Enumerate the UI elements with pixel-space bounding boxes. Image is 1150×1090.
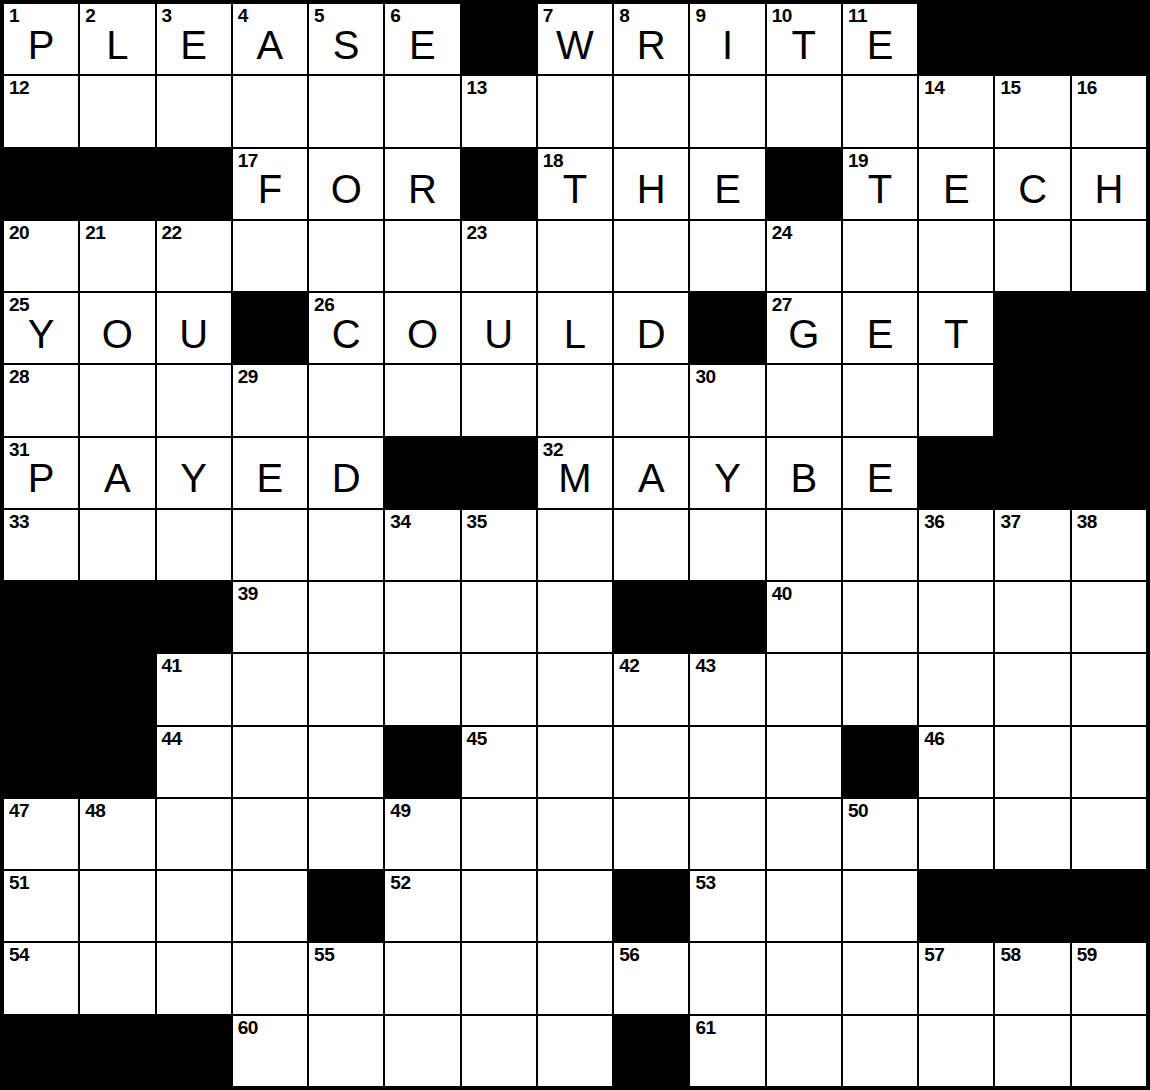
white-cell[interactable] [767, 799, 841, 869]
cell-letter: W [538, 4, 612, 74]
white-cell[interactable]: 58 [995, 943, 1069, 1013]
white-cell[interactable]: 55 [309, 943, 383, 1013]
white-cell[interactable] [995, 221, 1069, 291]
white-cell[interactable]: T [919, 293, 993, 363]
cell-letter: U [462, 293, 536, 363]
white-cell[interactable] [690, 727, 764, 797]
clue-number: 16 [1077, 78, 1097, 97]
white-cell[interactable]: 57 [919, 943, 993, 1013]
white-cell[interactable] [767, 1016, 841, 1086]
white-cell[interactable] [385, 76, 459, 146]
clue-number: 47 [9, 801, 29, 820]
clue-number: 39 [238, 584, 258, 603]
white-cell[interactable] [385, 1016, 459, 1086]
clue-number: 43 [695, 656, 715, 675]
white-cell[interactable]: 47 [4, 799, 78, 869]
white-cell[interactable]: 4A [233, 4, 307, 74]
white-cell[interactable] [1072, 1016, 1146, 1086]
clue-number: 36 [924, 512, 944, 531]
clue-number: 22 [162, 223, 182, 242]
black-cell [1072, 365, 1146, 435]
white-cell[interactable]: 3E [157, 4, 231, 74]
clue-number: 34 [390, 512, 410, 531]
white-cell[interactable] [80, 510, 154, 580]
white-cell[interactable]: 15 [995, 76, 1069, 146]
white-cell[interactable] [843, 871, 917, 941]
white-cell[interactable]: 9I [690, 4, 764, 74]
white-cell[interactable] [538, 510, 612, 580]
white-cell[interactable] [462, 654, 536, 724]
white-cell[interactable] [614, 727, 688, 797]
clue-number: 42 [619, 656, 639, 675]
black-cell [4, 1016, 78, 1086]
black-cell [4, 727, 78, 797]
black-cell [462, 149, 536, 219]
cell-letter: P [4, 4, 78, 74]
white-cell[interactable] [538, 943, 612, 1013]
cell-letter: Y [4, 293, 78, 363]
white-cell[interactable]: 19T [843, 149, 917, 219]
clue-number: 45 [467, 729, 487, 748]
white-cell[interactable] [1072, 221, 1146, 291]
cell-letter: A [233, 4, 307, 74]
white-cell[interactable] [233, 799, 307, 869]
black-cell [690, 293, 764, 363]
cell-letter: A [614, 438, 688, 508]
black-cell [843, 727, 917, 797]
white-cell[interactable]: 2L [80, 4, 154, 74]
white-cell[interactable]: A [80, 438, 154, 508]
white-cell[interactable] [919, 582, 993, 652]
cell-letter: T [767, 4, 841, 74]
white-cell[interactable]: 61 [690, 1016, 764, 1086]
white-cell[interactable] [919, 221, 993, 291]
white-cell[interactable] [843, 510, 917, 580]
white-cell[interactable] [309, 582, 383, 652]
white-cell[interactable]: 53 [690, 871, 764, 941]
white-cell[interactable] [919, 799, 993, 869]
black-cell [233, 293, 307, 363]
white-cell[interactable]: 50 [843, 799, 917, 869]
white-cell[interactable] [309, 76, 383, 146]
white-cell[interactable] [843, 582, 917, 652]
white-cell[interactable]: L [538, 293, 612, 363]
white-cell[interactable]: E [843, 438, 917, 508]
white-cell[interactable]: E [233, 438, 307, 508]
white-cell[interactable]: 32M [538, 438, 612, 508]
black-cell [4, 582, 78, 652]
white-cell[interactable] [690, 943, 764, 1013]
white-cell[interactable]: 33 [4, 510, 78, 580]
white-cell[interactable] [462, 799, 536, 869]
white-cell[interactable]: 52 [385, 871, 459, 941]
white-cell[interactable] [843, 221, 917, 291]
white-cell[interactable]: 38 [1072, 510, 1146, 580]
white-cell[interactable]: O [80, 293, 154, 363]
clue-number: 24 [772, 223, 792, 242]
white-cell[interactable] [462, 365, 536, 435]
black-cell [614, 1016, 688, 1086]
cell-letter: T [538, 149, 612, 219]
white-cell[interactable] [233, 871, 307, 941]
cell-letter: L [538, 293, 612, 363]
cell-letter: P [4, 438, 78, 508]
black-cell [157, 1016, 231, 1086]
clue-number: 40 [772, 584, 792, 603]
clue-number: 57 [924, 945, 944, 964]
white-cell[interactable] [767, 871, 841, 941]
black-cell [919, 438, 993, 508]
white-cell[interactable] [80, 943, 154, 1013]
white-cell[interactable] [385, 221, 459, 291]
cell-letter: D [614, 293, 688, 363]
clue-number: 56 [619, 945, 639, 964]
white-cell[interactable] [614, 799, 688, 869]
white-cell[interactable]: 44 [157, 727, 231, 797]
clue-number: 44 [162, 729, 182, 748]
white-cell[interactable]: 8R [614, 4, 688, 74]
white-cell[interactable]: E [690, 149, 764, 219]
white-cell[interactable]: 29 [233, 365, 307, 435]
white-cell[interactable]: 25Y [4, 293, 78, 363]
cell-letter: E [919, 149, 993, 219]
white-cell[interactable]: 23 [462, 221, 536, 291]
white-cell[interactable]: 22 [157, 221, 231, 291]
cell-letter: G [767, 293, 841, 363]
white-cell[interactable] [919, 1016, 993, 1086]
cell-letter: E [690, 149, 764, 219]
white-cell[interactable] [1072, 654, 1146, 724]
black-cell [80, 149, 154, 219]
cell-letter: O [309, 149, 383, 219]
white-cell[interactable]: R [385, 149, 459, 219]
white-cell[interactable] [233, 654, 307, 724]
white-cell[interactable] [157, 871, 231, 941]
clue-number: 23 [467, 223, 487, 242]
white-cell[interactable]: 51 [4, 871, 78, 941]
white-cell[interactable] [538, 727, 612, 797]
white-cell[interactable] [233, 76, 307, 146]
white-cell[interactable] [690, 799, 764, 869]
white-cell[interactable] [538, 76, 612, 146]
cell-letter: S [309, 4, 383, 74]
white-cell[interactable]: O [309, 149, 383, 219]
white-cell[interactable]: 60 [233, 1016, 307, 1086]
cell-letter: C [309, 293, 383, 363]
white-cell[interactable]: H [1072, 149, 1146, 219]
white-cell[interactable]: 31P [4, 438, 78, 508]
clue-number: 33 [9, 512, 29, 531]
cell-letter: Y [157, 438, 231, 508]
white-cell[interactable] [309, 365, 383, 435]
white-cell[interactable] [690, 221, 764, 291]
clue-number: 30 [695, 367, 715, 386]
cell-letter: H [614, 149, 688, 219]
white-cell[interactable]: 6E [385, 4, 459, 74]
white-cell[interactable] [462, 871, 536, 941]
white-cell[interactable]: 56 [614, 943, 688, 1013]
black-cell [995, 293, 1069, 363]
clue-number: 20 [9, 223, 29, 242]
black-cell [995, 365, 1069, 435]
black-cell [995, 871, 1069, 941]
white-cell[interactable] [995, 654, 1069, 724]
clue-number: 61 [695, 1018, 715, 1037]
white-cell[interactable]: 13 [462, 76, 536, 146]
cell-letter: E [843, 4, 917, 74]
white-cell[interactable]: 43 [690, 654, 764, 724]
white-cell[interactable] [690, 510, 764, 580]
black-cell [1072, 293, 1146, 363]
white-cell[interactable] [767, 76, 841, 146]
white-cell[interactable] [233, 943, 307, 1013]
cell-letter: I [690, 4, 764, 74]
white-cell[interactable]: 59 [1072, 943, 1146, 1013]
white-cell[interactable]: 16 [1072, 76, 1146, 146]
clue-number: 12 [9, 78, 29, 97]
white-cell[interactable]: D [309, 438, 383, 508]
clue-number: 54 [9, 945, 29, 964]
cell-letter: M [538, 438, 612, 508]
clue-number: 21 [85, 223, 105, 242]
white-cell[interactable] [233, 221, 307, 291]
white-cell[interactable] [995, 799, 1069, 869]
cell-letter: B [767, 438, 841, 508]
white-cell[interactable] [80, 365, 154, 435]
white-cell[interactable]: Y [157, 438, 231, 508]
clue-number: 41 [162, 656, 182, 675]
white-cell[interactable] [80, 871, 154, 941]
cell-letter: E [843, 438, 917, 508]
clue-number: 13 [467, 78, 487, 97]
black-cell [995, 4, 1069, 74]
white-cell[interactable]: 5S [309, 4, 383, 74]
white-cell[interactable] [767, 727, 841, 797]
white-cell[interactable] [233, 510, 307, 580]
black-cell [309, 871, 383, 941]
white-cell[interactable] [309, 727, 383, 797]
white-cell[interactable] [157, 365, 231, 435]
cell-letter: L [80, 4, 154, 74]
white-cell[interactable] [538, 871, 612, 941]
white-cell[interactable] [538, 1016, 612, 1086]
white-cell[interactable]: 37 [995, 510, 1069, 580]
white-cell[interactable] [614, 365, 688, 435]
white-cell[interactable]: 46 [919, 727, 993, 797]
black-cell [157, 149, 231, 219]
white-cell[interactable] [843, 654, 917, 724]
white-cell[interactable]: 12 [4, 76, 78, 146]
white-cell[interactable] [385, 582, 459, 652]
black-cell [80, 727, 154, 797]
black-cell [614, 582, 688, 652]
clue-number: 50 [848, 801, 868, 820]
cell-letter: T [843, 149, 917, 219]
white-cell[interactable] [385, 943, 459, 1013]
white-cell[interactable] [919, 654, 993, 724]
black-cell [919, 4, 993, 74]
clue-number: 48 [85, 801, 105, 820]
white-cell[interactable] [462, 943, 536, 1013]
white-cell[interactable]: 48 [80, 799, 154, 869]
white-cell[interactable]: 11E [843, 4, 917, 74]
white-cell[interactable] [614, 510, 688, 580]
white-cell[interactable]: C [995, 149, 1069, 219]
clue-number: 15 [1000, 78, 1020, 97]
white-cell[interactable] [309, 1016, 383, 1086]
white-cell[interactable]: 41 [157, 654, 231, 724]
white-cell[interactable]: 1P [4, 4, 78, 74]
clue-number: 49 [390, 801, 410, 820]
white-cell[interactable]: 40 [767, 582, 841, 652]
black-cell [80, 582, 154, 652]
white-cell[interactable]: 20 [4, 221, 78, 291]
white-cell[interactable]: 7W [538, 4, 612, 74]
black-cell [385, 727, 459, 797]
white-cell[interactable]: 42 [614, 654, 688, 724]
white-cell[interactable] [385, 654, 459, 724]
white-cell[interactable]: D [614, 293, 688, 363]
white-cell[interactable] [309, 221, 383, 291]
white-cell[interactable]: 35 [462, 510, 536, 580]
white-cell[interactable] [538, 221, 612, 291]
cell-letter: E [843, 293, 917, 363]
white-cell[interactable] [843, 365, 917, 435]
white-cell[interactable]: 28 [4, 365, 78, 435]
clue-number: 60 [238, 1018, 258, 1037]
black-cell [690, 582, 764, 652]
white-cell[interactable]: O [385, 293, 459, 363]
white-cell[interactable]: 17F [233, 149, 307, 219]
white-cell[interactable] [843, 943, 917, 1013]
white-cell[interactable] [767, 654, 841, 724]
cell-letter: E [385, 4, 459, 74]
white-cell[interactable] [157, 76, 231, 146]
black-cell [80, 654, 154, 724]
white-cell[interactable]: 14 [919, 76, 993, 146]
white-cell[interactable] [995, 1016, 1069, 1086]
white-cell[interactable] [538, 654, 612, 724]
clue-number: 38 [1077, 512, 1097, 531]
white-cell[interactable] [1072, 727, 1146, 797]
black-cell [462, 4, 536, 74]
white-cell[interactable] [614, 76, 688, 146]
white-cell[interactable] [233, 727, 307, 797]
white-cell[interactable]: 49 [385, 799, 459, 869]
white-cell[interactable] [1072, 799, 1146, 869]
cell-letter: T [919, 293, 993, 363]
white-cell[interactable]: 27G [767, 293, 841, 363]
black-cell [157, 582, 231, 652]
white-cell[interactable] [767, 365, 841, 435]
black-cell [767, 149, 841, 219]
cell-letter: E [233, 438, 307, 508]
white-cell[interactable]: 18T [538, 149, 612, 219]
white-cell[interactable]: 34 [385, 510, 459, 580]
clue-number: 59 [1077, 945, 1097, 964]
black-cell [995, 438, 1069, 508]
white-cell[interactable] [462, 1016, 536, 1086]
white-cell[interactable] [538, 365, 612, 435]
white-cell[interactable]: 24 [767, 221, 841, 291]
white-cell[interactable]: 10T [767, 4, 841, 74]
cell-letter: C [995, 149, 1069, 219]
white-cell[interactable] [157, 943, 231, 1013]
black-cell [4, 149, 78, 219]
white-cell[interactable] [385, 365, 459, 435]
crossword-board: 1P2L3E4A5S6E7W8R9I10T11E121314151617FOR1… [0, 0, 1150, 1090]
white-cell[interactable] [843, 1016, 917, 1086]
clue-number: 58 [1000, 945, 1020, 964]
white-cell[interactable]: 26C [309, 293, 383, 363]
white-cell[interactable] [1072, 582, 1146, 652]
white-cell[interactable] [538, 582, 612, 652]
cell-letter: U [157, 293, 231, 363]
clue-number: 55 [314, 945, 334, 964]
white-cell[interactable]: U [462, 293, 536, 363]
white-cell[interactable]: B [767, 438, 841, 508]
clue-number: 46 [924, 729, 944, 748]
clue-number: 29 [238, 367, 258, 386]
cell-letter: O [385, 293, 459, 363]
white-cell[interactable]: A [614, 438, 688, 508]
cell-letter: O [80, 293, 154, 363]
white-cell[interactable]: 39 [233, 582, 307, 652]
white-cell[interactable] [767, 943, 841, 1013]
clue-number: 53 [695, 873, 715, 892]
cell-letter: Y [690, 438, 764, 508]
cell-letter: R [614, 4, 688, 74]
white-cell[interactable] [767, 510, 841, 580]
white-cell[interactable]: E [843, 293, 917, 363]
white-cell[interactable]: H [614, 149, 688, 219]
white-cell[interactable]: 54 [4, 943, 78, 1013]
cell-letter: F [233, 149, 307, 219]
white-cell[interactable] [995, 727, 1069, 797]
white-cell[interactable] [690, 76, 764, 146]
cell-letter: E [157, 4, 231, 74]
white-cell[interactable] [995, 582, 1069, 652]
white-cell[interactable] [309, 799, 383, 869]
black-cell [614, 871, 688, 941]
white-cell[interactable] [614, 221, 688, 291]
clue-number: 28 [9, 367, 29, 386]
black-cell [385, 438, 459, 508]
black-cell [1072, 871, 1146, 941]
white-cell[interactable] [462, 582, 536, 652]
white-cell[interactable] [309, 510, 383, 580]
black-cell [919, 871, 993, 941]
white-cell[interactable]: 36 [919, 510, 993, 580]
white-cell[interactable]: Y [690, 438, 764, 508]
white-cell[interactable]: E [919, 149, 993, 219]
white-cell[interactable] [157, 799, 231, 869]
clue-number: 37 [1000, 512, 1020, 531]
clue-number: 52 [390, 873, 410, 892]
white-cell[interactable]: U [157, 293, 231, 363]
white-cell[interactable] [843, 76, 917, 146]
cell-letter: A [80, 438, 154, 508]
white-cell[interactable]: 30 [690, 365, 764, 435]
white-cell[interactable] [538, 799, 612, 869]
white-cell[interactable]: 21 [80, 221, 154, 291]
white-cell[interactable] [157, 510, 231, 580]
white-cell[interactable] [309, 654, 383, 724]
white-cell[interactable] [80, 76, 154, 146]
black-cell [1072, 438, 1146, 508]
white-cell[interactable] [919, 365, 993, 435]
white-cell[interactable]: 45 [462, 727, 536, 797]
